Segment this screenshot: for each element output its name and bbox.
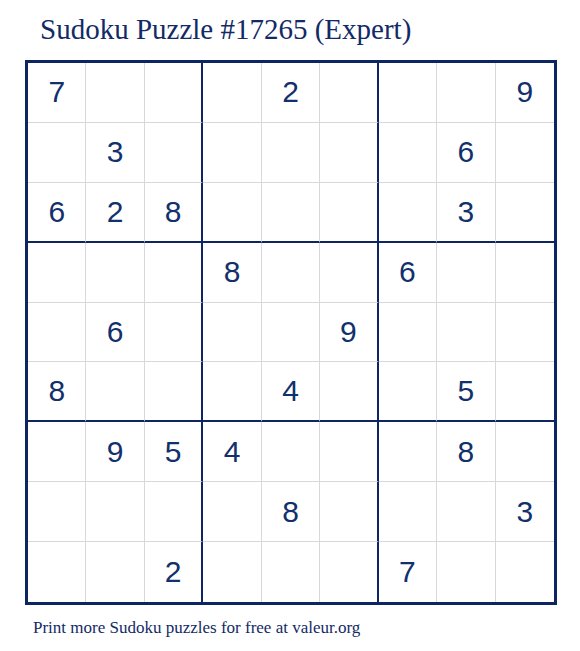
cell-r9c4 <box>203 542 261 602</box>
cell-r1c4 <box>203 63 261 123</box>
cell-r3c2: 2 <box>86 183 144 243</box>
cell-r3c9 <box>496 183 554 243</box>
cell-r4c9 <box>496 243 554 303</box>
cell-r8c4 <box>203 482 261 542</box>
cell-r5c3 <box>145 303 203 363</box>
cell-r2c6 <box>320 123 378 183</box>
cell-r5c5 <box>262 303 320 363</box>
cell-r2c8: 6 <box>437 123 495 183</box>
cell-r8c7 <box>379 482 437 542</box>
cell-r3c5 <box>262 183 320 243</box>
sudoku-board: 729366283866984595488327 <box>25 60 557 605</box>
cell-r2c3 <box>145 123 203 183</box>
cell-r3c7 <box>379 183 437 243</box>
cell-r6c5: 4 <box>262 362 320 422</box>
cell-r4c3 <box>145 243 203 303</box>
cell-r5c1 <box>28 303 86 363</box>
cell-r8c8 <box>437 482 495 542</box>
cell-r2c1 <box>28 123 86 183</box>
cell-r3c6 <box>320 183 378 243</box>
cell-r3c1: 6 <box>28 183 86 243</box>
cell-r8c6 <box>320 482 378 542</box>
cell-r6c2 <box>86 362 144 422</box>
sudoku-print-page: Sudoku Puzzle #17265 (Expert) 7293662838… <box>0 12 580 638</box>
cell-r8c2 <box>86 482 144 542</box>
cell-r2c2: 3 <box>86 123 144 183</box>
cell-r8c1 <box>28 482 86 542</box>
cell-r8c3 <box>145 482 203 542</box>
cell-r1c1: 7 <box>28 63 86 123</box>
cell-r9c8 <box>437 542 495 602</box>
cell-r6c4 <box>203 362 261 422</box>
cell-r6c9 <box>496 362 554 422</box>
cell-r1c5: 2 <box>262 63 320 123</box>
cell-r5c6: 9 <box>320 303 378 363</box>
cell-r2c4 <box>203 123 261 183</box>
cell-r7c4: 4 <box>203 422 261 482</box>
cell-r6c3 <box>145 362 203 422</box>
cell-r4c8 <box>437 243 495 303</box>
cell-r6c7 <box>379 362 437 422</box>
cell-r1c3 <box>145 63 203 123</box>
cell-r9c3: 2 <box>145 542 203 602</box>
cell-r1c8 <box>437 63 495 123</box>
cell-r7c8: 8 <box>437 422 495 482</box>
cell-r6c1: 8 <box>28 362 86 422</box>
cell-r5c8 <box>437 303 495 363</box>
cell-r9c6 <box>320 542 378 602</box>
cell-r3c8: 3 <box>437 183 495 243</box>
cell-r6c6 <box>320 362 378 422</box>
cell-r9c5 <box>262 542 320 602</box>
cell-r4c7: 6 <box>379 243 437 303</box>
cell-r6c8: 5 <box>437 362 495 422</box>
cell-r5c4 <box>203 303 261 363</box>
cell-r7c7 <box>379 422 437 482</box>
cell-r4c6 <box>320 243 378 303</box>
cell-r1c7 <box>379 63 437 123</box>
cell-r7c3: 5 <box>145 422 203 482</box>
cell-r7c2: 9 <box>86 422 144 482</box>
cell-r5c9 <box>496 303 554 363</box>
cell-r1c6 <box>320 63 378 123</box>
cell-r5c7 <box>379 303 437 363</box>
cell-r8c5: 8 <box>262 482 320 542</box>
cell-r8c9: 3 <box>496 482 554 542</box>
cell-r1c9: 9 <box>496 63 554 123</box>
cell-r9c9 <box>496 542 554 602</box>
cell-r9c2 <box>86 542 144 602</box>
cell-r7c5 <box>262 422 320 482</box>
cell-r2c9 <box>496 123 554 183</box>
cell-r7c1 <box>28 422 86 482</box>
cell-r4c2 <box>86 243 144 303</box>
cell-r4c4: 8 <box>203 243 261 303</box>
cell-r5c2: 6 <box>86 303 144 363</box>
cell-r4c5 <box>262 243 320 303</box>
cell-r9c7: 7 <box>379 542 437 602</box>
cell-r3c4 <box>203 183 261 243</box>
page-title: Sudoku Puzzle #17265 (Expert) <box>40 12 580 46</box>
cell-r9c1 <box>28 542 86 602</box>
cell-r3c3: 8 <box>145 183 203 243</box>
cell-r2c5 <box>262 123 320 183</box>
cell-r2c7 <box>379 123 437 183</box>
footer-text: Print more Sudoku puzzles for free at va… <box>33 618 580 638</box>
cell-r1c2 <box>86 63 144 123</box>
cell-r7c6 <box>320 422 378 482</box>
cell-r4c1 <box>28 243 86 303</box>
cell-r7c9 <box>496 422 554 482</box>
